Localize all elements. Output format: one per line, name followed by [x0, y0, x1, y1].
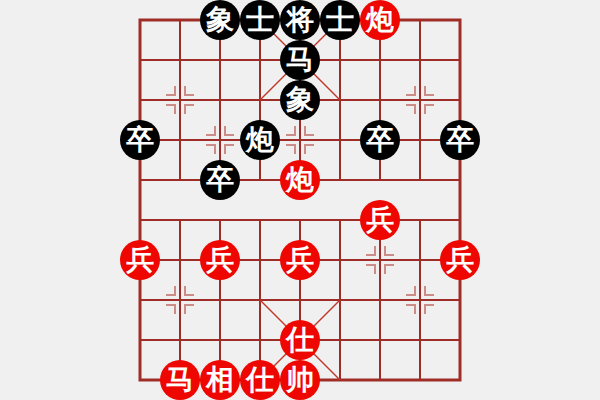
piece-red-advisor[interactable]: 仕 [240, 360, 280, 400]
piece-black-advisor[interactable]: 士 [240, 0, 280, 40]
piece-red-elephant[interactable]: 相 [200, 360, 240, 400]
piece-black-soldier[interactable]: 卒 [360, 120, 400, 160]
piece-black-advisor[interactable]: 士 [320, 0, 360, 40]
piece-red-advisor[interactable]: 仕 [280, 320, 320, 360]
piece-red-soldier[interactable]: 兵 [360, 200, 400, 240]
piece-red-cannon[interactable]: 炮 [360, 0, 400, 40]
piece-black-cannon[interactable]: 炮 [240, 120, 280, 160]
piece-red-general[interactable]: 帅 [280, 360, 320, 400]
piece-black-soldier[interactable]: 卒 [120, 120, 160, 160]
piece-black-horse[interactable]: 马 [280, 40, 320, 80]
piece-red-cannon[interactable]: 炮 [280, 160, 320, 200]
piece-red-soldier[interactable]: 兵 [120, 240, 160, 280]
piece-black-elephant[interactable]: 象 [200, 0, 240, 40]
piece-red-soldier[interactable]: 兵 [200, 240, 240, 280]
xiangqi-board: 象士将士炮马象卒炮卒卒卒炮兵兵兵兵兵仕马相仕帅 [0, 0, 600, 400]
pieces-layer: 象士将士炮马象卒炮卒卒卒炮兵兵兵兵兵仕马相仕帅 [0, 0, 600, 400]
piece-red-soldier[interactable]: 兵 [440, 240, 480, 280]
piece-black-general[interactable]: 将 [280, 0, 320, 40]
piece-red-soldier[interactable]: 兵 [280, 240, 320, 280]
piece-red-horse[interactable]: 马 [160, 360, 200, 400]
piece-black-soldier[interactable]: 卒 [200, 160, 240, 200]
piece-black-soldier[interactable]: 卒 [440, 120, 480, 160]
piece-black-elephant[interactable]: 象 [280, 80, 320, 120]
